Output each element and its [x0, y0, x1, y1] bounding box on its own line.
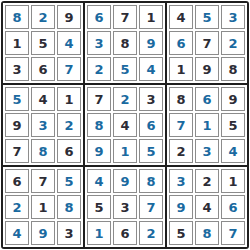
cell-r5c4[interactable]: 8	[87, 113, 111, 137]
sudoku-box-7: 675218493	[3, 167, 83, 247]
cell-r1c6[interactable]: 1	[139, 5, 163, 29]
cell-r5c3[interactable]: 2	[57, 113, 81, 137]
cell-r7c1[interactable]: 6	[5, 169, 29, 193]
sudoku-box-8: 498537162	[85, 167, 165, 247]
cell-r5c5[interactable]: 4	[113, 113, 137, 137]
sudoku-box-4: 541932786	[3, 85, 83, 165]
sudoku-box-9: 321946587	[167, 167, 247, 247]
cell-r8c1[interactable]: 2	[5, 195, 29, 219]
cell-r4c2[interactable]: 4	[31, 87, 55, 111]
cell-r1c3[interactable]: 9	[57, 5, 81, 29]
cell-r5c1[interactable]: 9	[5, 113, 29, 137]
cell-r5c9[interactable]: 5	[221, 113, 245, 137]
cell-r7c6[interactable]: 8	[139, 169, 163, 193]
cell-r8c8[interactable]: 4	[195, 195, 219, 219]
cell-r6c8[interactable]: 3	[195, 139, 219, 163]
cell-r8c5[interactable]: 3	[113, 195, 137, 219]
cell-r2c3[interactable]: 4	[57, 31, 81, 55]
cell-r6c4[interactable]: 9	[87, 139, 111, 163]
cell-r8c4[interactable]: 5	[87, 195, 111, 219]
cell-r1c2[interactable]: 2	[31, 5, 55, 29]
cell-r1c9[interactable]: 3	[221, 5, 245, 29]
sudoku-box-5: 723846915	[85, 85, 165, 165]
cell-r3c3[interactable]: 7	[57, 57, 81, 81]
sudoku-box-2: 671389254	[85, 3, 165, 83]
sudoku-box-1: 829154367	[3, 3, 83, 83]
cell-r6c6[interactable]: 5	[139, 139, 163, 163]
cell-r6c5[interactable]: 1	[113, 139, 137, 163]
sudoku-box-3: 453672198	[167, 3, 247, 83]
cell-r5c2[interactable]: 3	[31, 113, 55, 137]
cell-r2c8[interactable]: 7	[195, 31, 219, 55]
cell-r9c3[interactable]: 3	[57, 221, 81, 245]
cell-r4c9[interactable]: 9	[221, 87, 245, 111]
cell-r9c2[interactable]: 9	[31, 221, 55, 245]
cell-r2c6[interactable]: 9	[139, 31, 163, 55]
cell-r6c7[interactable]: 2	[169, 139, 193, 163]
cell-r6c2[interactable]: 8	[31, 139, 55, 163]
sudoku-board: 8291543676713892544536721985419327867238…	[1, 1, 249, 249]
cell-r1c1[interactable]: 8	[5, 5, 29, 29]
cell-r9c8[interactable]: 8	[195, 221, 219, 245]
cell-r3c2[interactable]: 6	[31, 57, 55, 81]
cell-r9c4[interactable]: 1	[87, 221, 111, 245]
cell-r9c9[interactable]: 7	[221, 221, 245, 245]
cell-r9c6[interactable]: 2	[139, 221, 163, 245]
cell-r5c6[interactable]: 6	[139, 113, 163, 137]
cell-r3c9[interactable]: 8	[221, 57, 245, 81]
cell-r7c8[interactable]: 2	[195, 169, 219, 193]
cell-r7c3[interactable]: 5	[57, 169, 81, 193]
cell-r8c3[interactable]: 8	[57, 195, 81, 219]
cell-r1c5[interactable]: 7	[113, 5, 137, 29]
cell-r3c8[interactable]: 9	[195, 57, 219, 81]
cell-r5c8[interactable]: 1	[195, 113, 219, 137]
cell-r5c7[interactable]: 7	[169, 113, 193, 137]
cell-r1c7[interactable]: 4	[169, 5, 193, 29]
cell-r7c9[interactable]: 1	[221, 169, 245, 193]
cell-r7c2[interactable]: 7	[31, 169, 55, 193]
cell-r3c4[interactable]: 2	[87, 57, 111, 81]
cell-r3c7[interactable]: 1	[169, 57, 193, 81]
cell-r7c7[interactable]: 3	[169, 169, 193, 193]
cell-r2c5[interactable]: 8	[113, 31, 137, 55]
cell-r4c5[interactable]: 2	[113, 87, 137, 111]
cell-r6c1[interactable]: 7	[5, 139, 29, 163]
cell-r1c4[interactable]: 6	[87, 5, 111, 29]
cell-r2c9[interactable]: 2	[221, 31, 245, 55]
cell-r1c8[interactable]: 5	[195, 5, 219, 29]
cell-r2c7[interactable]: 6	[169, 31, 193, 55]
cell-r4c8[interactable]: 6	[195, 87, 219, 111]
cell-r2c1[interactable]: 1	[5, 31, 29, 55]
cell-r3c5[interactable]: 5	[113, 57, 137, 81]
cell-r8c6[interactable]: 7	[139, 195, 163, 219]
cell-r9c1[interactable]: 4	[5, 221, 29, 245]
cell-r6c9[interactable]: 4	[221, 139, 245, 163]
cell-r4c6[interactable]: 3	[139, 87, 163, 111]
cell-r2c4[interactable]: 3	[87, 31, 111, 55]
cell-r6c3[interactable]: 6	[57, 139, 81, 163]
cell-r3c1[interactable]: 3	[5, 57, 29, 81]
cell-r4c4[interactable]: 7	[87, 87, 111, 111]
cell-r4c3[interactable]: 1	[57, 87, 81, 111]
cell-r7c4[interactable]: 4	[87, 169, 111, 193]
cell-r2c2[interactable]: 5	[31, 31, 55, 55]
cell-r8c7[interactable]: 9	[169, 195, 193, 219]
cell-r3c6[interactable]: 4	[139, 57, 163, 81]
cell-r8c9[interactable]: 6	[221, 195, 245, 219]
cell-r8c2[interactable]: 1	[31, 195, 55, 219]
cell-r4c7[interactable]: 8	[169, 87, 193, 111]
cell-r9c7[interactable]: 5	[169, 221, 193, 245]
cell-r9c5[interactable]: 6	[113, 221, 137, 245]
sudoku-box-6: 869715234	[167, 85, 247, 165]
cell-r4c1[interactable]: 5	[5, 87, 29, 111]
cell-r7c5[interactable]: 9	[113, 169, 137, 193]
